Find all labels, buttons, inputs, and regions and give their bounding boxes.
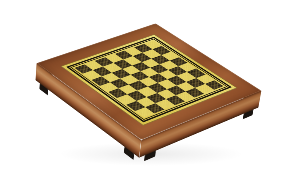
chess-board [60, 0, 238, 166]
product-photo [0, 0, 290, 179]
board-foot-left [39, 83, 48, 95]
wood-frame-top [37, 23, 262, 139]
board-foot-right [243, 110, 254, 120]
